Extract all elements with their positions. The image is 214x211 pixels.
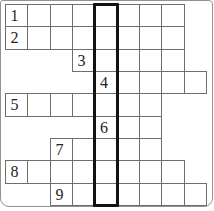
crossword-board: 123456789 bbox=[0, 0, 214, 211]
cell-r2c5[interactable] bbox=[94, 26, 118, 50]
clue-number-6: 6 bbox=[100, 120, 108, 136]
clue-number-9: 9 bbox=[56, 187, 64, 203]
cell-r1c5[interactable] bbox=[94, 4, 118, 27]
cell-r5c5[interactable] bbox=[94, 93, 118, 117]
cell-r5c3[interactable] bbox=[50, 93, 73, 117]
cell-r8c8[interactable] bbox=[161, 160, 185, 184]
cell-r8c3[interactable] bbox=[50, 160, 73, 184]
clue-number-2: 2 bbox=[11, 30, 19, 46]
cell-r3c7[interactable] bbox=[139, 49, 162, 72]
cell-r8c2[interactable] bbox=[27, 160, 51, 184]
cell-r9c4[interactable] bbox=[72, 183, 95, 206]
cell-r8c4[interactable] bbox=[72, 160, 95, 184]
cell-r5c1[interactable]: 5 bbox=[5, 93, 28, 117]
cell-r9c3[interactable]: 9 bbox=[50, 183, 73, 206]
cell-r5c6[interactable] bbox=[117, 93, 140, 117]
cell-r2c8[interactable] bbox=[161, 26, 185, 50]
cell-r2c7[interactable] bbox=[139, 26, 162, 50]
cell-r9c8[interactable] bbox=[161, 183, 185, 206]
clue-number-7: 7 bbox=[56, 142, 64, 158]
cell-r1c4[interactable] bbox=[72, 4, 95, 27]
cell-r7c4[interactable] bbox=[72, 138, 95, 161]
cell-r7c5[interactable] bbox=[94, 138, 118, 161]
cell-r5c2[interactable] bbox=[27, 93, 51, 117]
cell-r9c6[interactable] bbox=[117, 183, 140, 206]
clue-number-8: 8 bbox=[11, 164, 19, 180]
cell-r2c1[interactable]: 2 bbox=[5, 26, 28, 50]
cell-r7c3[interactable]: 7 bbox=[50, 138, 73, 161]
cell-r6c6[interactable] bbox=[117, 116, 140, 139]
cell-r8c6[interactable] bbox=[117, 160, 140, 184]
cell-r9c5[interactable] bbox=[94, 183, 118, 206]
cell-r6c5[interactable]: 6 bbox=[94, 116, 118, 139]
cell-r8c1[interactable]: 8 bbox=[5, 160, 28, 184]
cell-r2c2[interactable] bbox=[27, 26, 51, 50]
cell-r5c7[interactable] bbox=[139, 93, 162, 117]
cell-r3c4[interactable]: 3 bbox=[72, 49, 95, 72]
cell-r1c1[interactable]: 1 bbox=[5, 4, 28, 27]
cell-r9c7[interactable] bbox=[139, 183, 162, 206]
cell-r2c6[interactable] bbox=[117, 26, 140, 50]
cell-r1c6[interactable] bbox=[117, 4, 140, 27]
cell-r8c7[interactable] bbox=[139, 160, 162, 184]
cell-r4c6[interactable] bbox=[117, 71, 140, 94]
cell-r7c6[interactable] bbox=[117, 138, 140, 161]
cell-r4c8[interactable] bbox=[161, 71, 185, 94]
cell-r1c3[interactable] bbox=[50, 4, 73, 27]
cell-r1c8[interactable] bbox=[161, 4, 185, 27]
cell-r4c9[interactable] bbox=[184, 71, 207, 94]
cell-r6c7[interactable] bbox=[139, 116, 162, 139]
clue-number-3: 3 bbox=[78, 53, 86, 69]
cell-r3c5[interactable] bbox=[94, 49, 118, 72]
cell-r3c8[interactable] bbox=[161, 49, 185, 72]
cell-r4c5[interactable]: 4 bbox=[94, 71, 118, 94]
cell-r1c2[interactable] bbox=[27, 4, 51, 27]
cell-r1c7[interactable] bbox=[139, 4, 162, 27]
clue-number-5: 5 bbox=[11, 97, 19, 113]
clue-number-4: 4 bbox=[100, 75, 108, 91]
cell-r8c5[interactable] bbox=[94, 160, 118, 184]
cell-r5c4[interactable] bbox=[72, 93, 95, 117]
cell-r2c4[interactable] bbox=[72, 26, 95, 50]
cell-r2c3[interactable] bbox=[50, 26, 73, 50]
cell-r7c7[interactable] bbox=[139, 138, 162, 161]
cell-r4c7[interactable] bbox=[139, 71, 162, 94]
cell-r3c6[interactable] bbox=[117, 49, 140, 72]
puzzle-page: 123456789 bbox=[0, 0, 214, 211]
clue-number-1: 1 bbox=[11, 8, 19, 24]
cell-r9c9[interactable] bbox=[184, 183, 207, 206]
